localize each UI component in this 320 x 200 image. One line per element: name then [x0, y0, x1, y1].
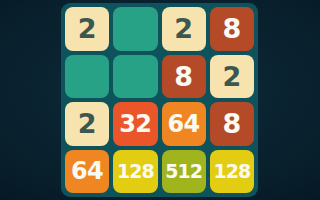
empty-cell — [113, 7, 157, 51]
tile-128: 128 — [113, 150, 157, 194]
tile-512: 512 — [162, 150, 206, 194]
game-screen: 2288223264864128512128 — [0, 0, 320, 200]
tile-8: 8 — [210, 7, 254, 51]
empty-cell — [113, 55, 157, 99]
tile-64: 64 — [65, 150, 109, 194]
tile-8: 8 — [210, 102, 254, 146]
tile-128: 128 — [210, 150, 254, 194]
tile-32: 32 — [113, 102, 157, 146]
tile-2: 2 — [65, 102, 109, 146]
tile-2: 2 — [65, 7, 109, 51]
tile-2: 2 — [162, 7, 206, 51]
tile-64: 64 — [162, 102, 206, 146]
2048-board[interactable]: 2288223264864128512128 — [61, 3, 258, 197]
tile-2: 2 — [210, 55, 254, 99]
empty-cell — [65, 55, 109, 99]
tile-8: 8 — [162, 55, 206, 99]
